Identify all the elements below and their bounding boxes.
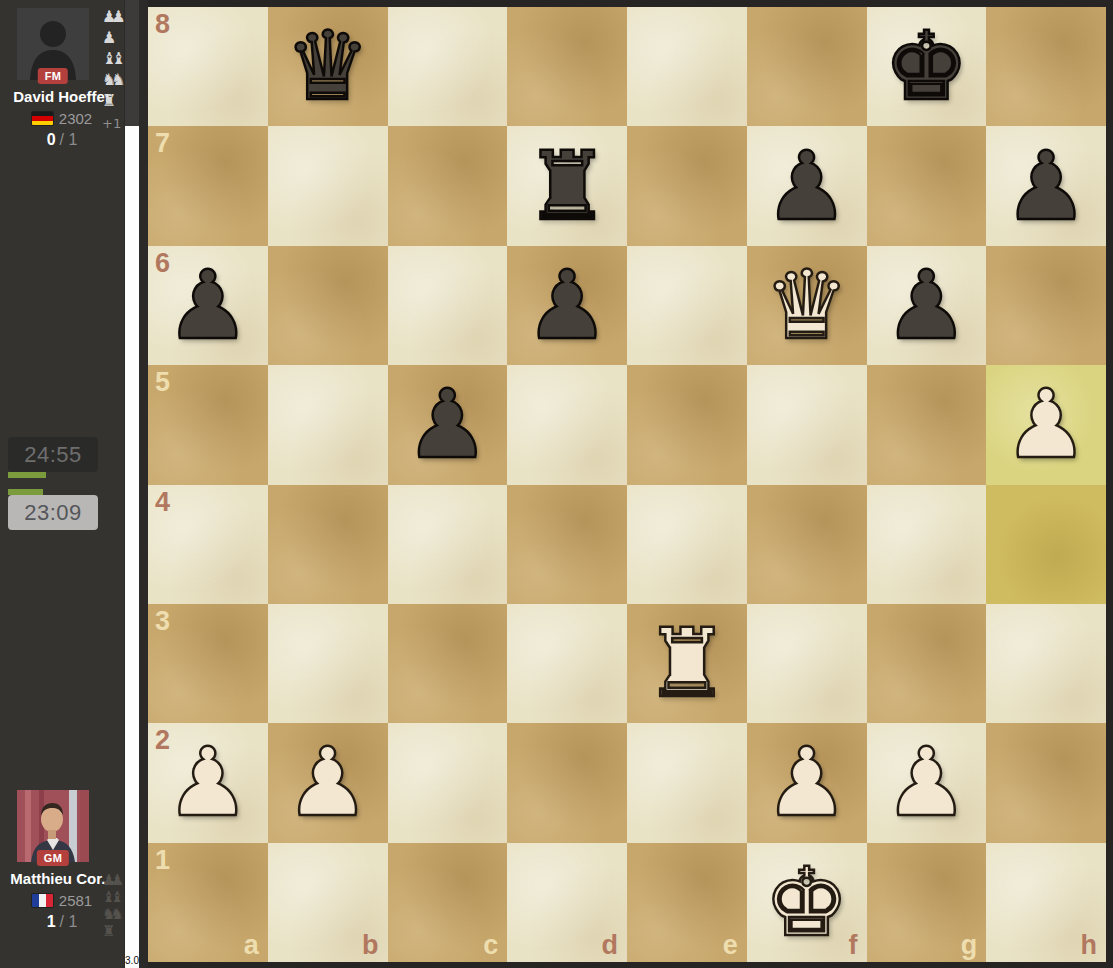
piece-white-pawn[interactable]: ♟	[148, 723, 268, 842]
piece-black-rook[interactable]: ♜	[507, 126, 627, 245]
captured-pieces-top: ♟♟ ♟ ♝♝ ♞♞ ♜ +1	[102, 6, 124, 131]
captured-bishops-icon: ♝♝	[102, 48, 124, 69]
board-frame: 8♛♚7♜♟♟6♟♟♛♟5♟♟43♜2♟♟♟♟1abcdef♚gh	[148, 0, 1113, 968]
piece-black-pawn[interactable]: ♟	[507, 246, 627, 365]
piece-white-pawn[interactable]: ♟	[867, 723, 987, 842]
square-b3[interactable]	[268, 604, 388, 723]
square-g7[interactable]	[867, 126, 987, 245]
square-b5[interactable]	[268, 365, 388, 484]
square-c3[interactable]	[388, 604, 508, 723]
time-bar-top	[8, 472, 46, 478]
square-h2[interactable]	[986, 723, 1106, 842]
rank-label-1: 1	[155, 847, 170, 874]
square-h8[interactable]	[986, 7, 1106, 126]
square-h1[interactable]: h	[986, 843, 1106, 962]
square-d8[interactable]	[507, 7, 627, 126]
square-e8[interactable]	[627, 7, 747, 126]
square-a3[interactable]: 3	[148, 604, 268, 723]
square-f2[interactable]: ♟	[747, 723, 867, 842]
chess-board[interactable]: 8♛♚7♜♟♟6♟♟♛♟5♟♟43♜2♟♟♟♟1abcdef♚gh	[148, 7, 1106, 962]
eval-rail: 3.0	[124, 0, 148, 968]
rank-label-4: 4	[155, 489, 170, 516]
square-f1[interactable]: f♚	[747, 843, 867, 962]
file-label-g: g	[961, 932, 978, 959]
rating-top: 2302	[59, 110, 92, 127]
material-advantage: +1	[102, 116, 124, 131]
piece-black-pawn[interactable]: ♟	[388, 365, 508, 484]
rating-bottom: 2581	[59, 892, 92, 909]
piece-white-rook[interactable]: ♜	[627, 604, 747, 723]
piece-white-pawn[interactable]: ♟	[268, 723, 388, 842]
captured-pawns-icon: ♟♟	[102, 872, 124, 889]
captured-rook-icon: ♜	[102, 90, 124, 111]
square-h5[interactable]: ♟	[986, 365, 1106, 484]
square-a6[interactable]: 6♟	[148, 246, 268, 365]
clock-top-player: 24:55	[8, 437, 98, 472]
square-g6[interactable]: ♟	[867, 246, 987, 365]
square-g8[interactable]: ♚	[867, 7, 987, 126]
square-d1[interactable]: d	[507, 843, 627, 962]
square-c4[interactable]	[388, 485, 508, 604]
square-e6[interactable]	[627, 246, 747, 365]
piece-white-pawn[interactable]: ♟	[986, 365, 1106, 484]
captured-pieces-bottom: ♟♟ ♝♝ ♞♞ ♜	[102, 872, 124, 940]
square-g5[interactable]	[867, 365, 987, 484]
piece-black-king[interactable]: ♚	[867, 7, 987, 126]
clock-bottom-player: 23:09	[8, 495, 98, 530]
piece-black-pawn[interactable]: ♟	[867, 246, 987, 365]
square-e7[interactable]	[627, 126, 747, 245]
square-b7[interactable]	[268, 126, 388, 245]
square-f5[interactable]	[747, 365, 867, 484]
file-label-d: d	[602, 932, 619, 959]
piece-white-queen[interactable]: ♛	[747, 246, 867, 365]
square-a4[interactable]: 4	[148, 485, 268, 604]
square-b4[interactable]	[268, 485, 388, 604]
score-top: 0/ 1	[0, 131, 124, 149]
file-label-c: c	[483, 932, 498, 959]
square-b2[interactable]: ♟	[268, 723, 388, 842]
title-badge-bottom: GM	[37, 850, 69, 866]
square-e5[interactable]	[627, 365, 747, 484]
piece-white-pawn[interactable]: ♟	[747, 723, 867, 842]
captured-pawns-icon: ♟♟	[102, 6, 124, 27]
square-b6[interactable]	[268, 246, 388, 365]
square-c6[interactable]	[388, 246, 508, 365]
piece-black-pawn[interactable]: ♟	[986, 126, 1106, 245]
square-d6[interactable]: ♟	[507, 246, 627, 365]
square-g3[interactable]	[867, 604, 987, 723]
square-e4[interactable]	[627, 485, 747, 604]
square-d4[interactable]	[507, 485, 627, 604]
file-label-b: b	[362, 932, 379, 959]
rank-label-5: 5	[155, 369, 170, 396]
file-label-a: a	[244, 932, 259, 959]
square-h6[interactable]	[986, 246, 1106, 365]
square-e2[interactable]	[627, 723, 747, 842]
square-g1[interactable]: g	[867, 843, 987, 962]
rank-label-8: 8	[155, 11, 170, 38]
square-h7[interactable]: ♟	[986, 126, 1106, 245]
file-label-e: e	[723, 932, 738, 959]
rank-label-7: 7	[155, 130, 170, 157]
square-a5[interactable]: 5	[148, 365, 268, 484]
square-e3[interactable]: ♜	[627, 604, 747, 723]
germany-flag-icon	[32, 112, 53, 125]
square-h4[interactable]	[986, 485, 1106, 604]
captured-rook-icon: ♜	[102, 923, 124, 940]
square-d2[interactable]	[507, 723, 627, 842]
square-f8[interactable]	[747, 7, 867, 126]
piece-black-pawn[interactable]: ♟	[148, 246, 268, 365]
square-f4[interactable]	[747, 485, 867, 604]
square-f3[interactable]	[747, 604, 867, 723]
square-d3[interactable]	[507, 604, 627, 723]
left-sidebar: FM David Hoeffer 2302 0/ 1 ♟♟ ♟ ♝♝ ♞♞ ♜ …	[0, 0, 124, 968]
square-c1[interactable]: c	[388, 843, 508, 962]
france-flag-icon	[32, 894, 53, 907]
eval-bar: 3.0	[125, 0, 139, 968]
square-h3[interactable]	[986, 604, 1106, 723]
piece-white-king[interactable]: ♚	[747, 843, 867, 962]
square-a2[interactable]: 2♟	[148, 723, 268, 842]
captured-bishops-icon: ♝♝	[102, 889, 124, 906]
square-f6[interactable]: ♛	[747, 246, 867, 365]
square-g4[interactable]	[867, 485, 987, 604]
square-d5[interactable]	[507, 365, 627, 484]
piece-black-queen[interactable]: ♛	[268, 7, 388, 126]
captured-pawn-icon: ♟	[102, 27, 124, 48]
square-g2[interactable]: ♟	[867, 723, 987, 842]
square-a8[interactable]: 8	[148, 7, 268, 126]
square-c8[interactable]	[388, 7, 508, 126]
title-badge-top: FM	[38, 68, 68, 84]
eval-bar-white-part	[125, 126, 139, 968]
square-a7[interactable]: 7	[148, 126, 268, 245]
piece-black-pawn[interactable]: ♟	[747, 126, 867, 245]
square-b1[interactable]: b	[268, 843, 388, 962]
captured-knights-icon: ♞♞	[102, 69, 124, 90]
square-b8[interactable]: ♛	[268, 7, 388, 126]
captured-knights-icon: ♞♞	[102, 906, 124, 923]
square-a1[interactable]: 1a	[148, 843, 268, 962]
square-e1[interactable]: e	[627, 843, 747, 962]
file-label-h: h	[1081, 932, 1098, 959]
square-c2[interactable]	[388, 723, 508, 842]
square-d7[interactable]: ♜	[507, 126, 627, 245]
square-c7[interactable]	[388, 126, 508, 245]
eval-value: 3.0	[125, 955, 139, 966]
square-c5[interactable]: ♟	[388, 365, 508, 484]
square-f7[interactable]: ♟	[747, 126, 867, 245]
rank-label-3: 3	[155, 608, 170, 635]
